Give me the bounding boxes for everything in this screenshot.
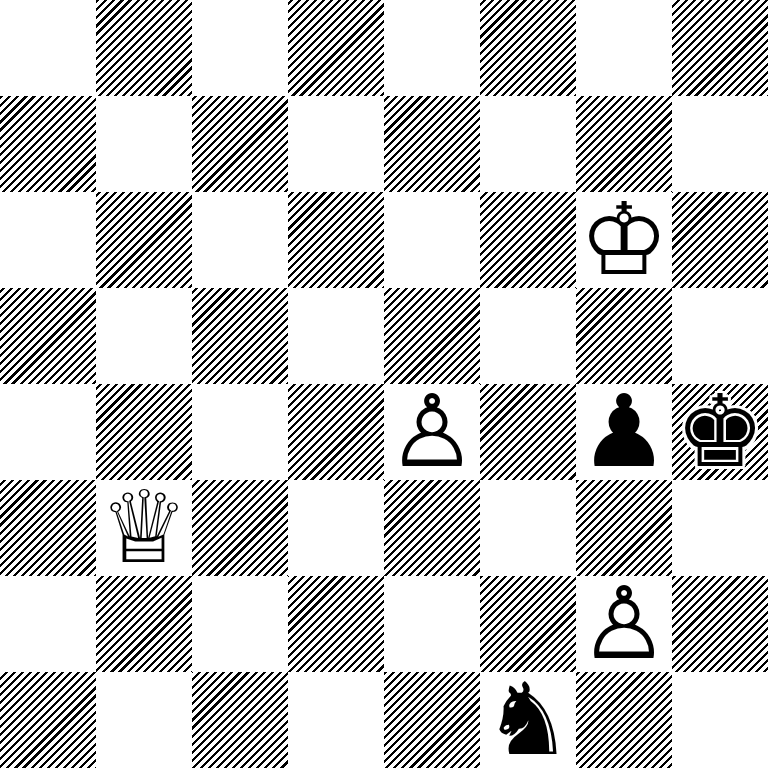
square-h4[interactable]: ♚ [672, 384, 768, 480]
square-f6[interactable] [480, 192, 576, 288]
chess-board: ♔♙♟♚♕♙♞ [0, 0, 768, 768]
square-a7[interactable] [0, 96, 96, 192]
square-a2[interactable] [0, 576, 96, 672]
square-f4[interactable] [480, 384, 576, 480]
square-c4[interactable] [192, 384, 288, 480]
square-e5[interactable] [384, 288, 480, 384]
square-d7[interactable] [288, 96, 384, 192]
square-b1[interactable] [96, 672, 192, 768]
piece-black-pawn[interactable]: ♟ [579, 384, 669, 480]
piece-white-king[interactable]: ♔ [579, 192, 669, 288]
square-c1[interactable] [192, 672, 288, 768]
square-d2[interactable] [288, 576, 384, 672]
square-g3[interactable] [576, 480, 672, 576]
square-f8[interactable] [480, 0, 576, 96]
square-a6[interactable] [0, 192, 96, 288]
square-e8[interactable] [384, 0, 480, 96]
square-e4[interactable]: ♙ [384, 384, 480, 480]
square-b2[interactable] [96, 576, 192, 672]
square-d3[interactable] [288, 480, 384, 576]
square-b3[interactable]: ♕ [96, 480, 192, 576]
square-a1[interactable] [0, 672, 96, 768]
square-c7[interactable] [192, 96, 288, 192]
square-h2[interactable] [672, 576, 768, 672]
square-g6[interactable]: ♔ [576, 192, 672, 288]
square-b6[interactable] [96, 192, 192, 288]
piece-black-knight[interactable]: ♞ [483, 672, 573, 768]
square-h7[interactable] [672, 96, 768, 192]
square-c3[interactable] [192, 480, 288, 576]
square-h5[interactable] [672, 288, 768, 384]
square-a8[interactable] [0, 0, 96, 96]
square-d8[interactable] [288, 0, 384, 96]
square-f5[interactable] [480, 288, 576, 384]
square-d1[interactable] [288, 672, 384, 768]
square-g1[interactable] [576, 672, 672, 768]
square-c5[interactable] [192, 288, 288, 384]
square-h3[interactable] [672, 480, 768, 576]
square-h8[interactable] [672, 0, 768, 96]
square-d6[interactable] [288, 192, 384, 288]
square-b7[interactable] [96, 96, 192, 192]
square-e2[interactable] [384, 576, 480, 672]
square-a4[interactable] [0, 384, 96, 480]
piece-white-pawn[interactable]: ♙ [387, 384, 477, 480]
square-d4[interactable] [288, 384, 384, 480]
square-e3[interactable] [384, 480, 480, 576]
square-e1[interactable] [384, 672, 480, 768]
square-e6[interactable] [384, 192, 480, 288]
square-c2[interactable] [192, 576, 288, 672]
square-f3[interactable] [480, 480, 576, 576]
square-c6[interactable] [192, 192, 288, 288]
square-g5[interactable] [576, 288, 672, 384]
square-b4[interactable] [96, 384, 192, 480]
square-h6[interactable] [672, 192, 768, 288]
square-e7[interactable] [384, 96, 480, 192]
square-d5[interactable] [288, 288, 384, 384]
square-f7[interactable] [480, 96, 576, 192]
square-g7[interactable] [576, 96, 672, 192]
piece-white-pawn[interactable]: ♙ [579, 576, 669, 672]
square-c8[interactable] [192, 0, 288, 96]
piece-white-queen[interactable]: ♕ [99, 480, 189, 576]
square-h1[interactable] [672, 672, 768, 768]
square-g8[interactable] [576, 0, 672, 96]
square-f1[interactable]: ♞ [480, 672, 576, 768]
square-g4[interactable]: ♟ [576, 384, 672, 480]
square-f2[interactable] [480, 576, 576, 672]
square-g2[interactable]: ♙ [576, 576, 672, 672]
square-a3[interactable] [0, 480, 96, 576]
square-a5[interactable] [0, 288, 96, 384]
square-b8[interactable] [96, 0, 192, 96]
square-b5[interactable] [96, 288, 192, 384]
piece-black-king[interactable]: ♚ [675, 384, 765, 480]
